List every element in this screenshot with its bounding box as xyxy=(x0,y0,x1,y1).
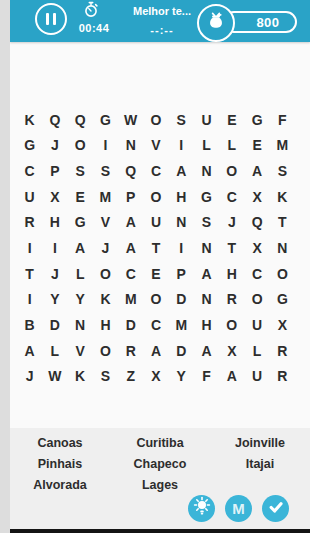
bottom-edge-line xyxy=(10,529,310,533)
pause-button[interactable] xyxy=(35,3,67,35)
grid-cell[interactable]: N xyxy=(194,158,219,184)
grid-cell[interactable]: C xyxy=(143,312,168,338)
grid-cell[interactable]: D xyxy=(42,312,67,338)
grid-cell[interactable]: O xyxy=(270,261,295,287)
grid-cell[interactable]: O xyxy=(143,286,168,312)
grid-cell[interactable]: S xyxy=(68,158,93,184)
word-item: Canoas xyxy=(10,433,110,454)
grid-cell[interactable]: O xyxy=(219,158,244,184)
grid-cell[interactable]: H xyxy=(93,312,118,338)
grid-cell[interactable]: U xyxy=(143,210,168,236)
grid-cell[interactable]: X xyxy=(143,363,168,389)
word-list: CanoasCuritibaJoinvillePinhaisChapecoIta… xyxy=(10,428,310,496)
grid-cell[interactable]: M xyxy=(118,286,143,312)
word-item: Lages xyxy=(110,475,210,496)
grid-cell[interactable]: S xyxy=(270,158,295,184)
grid-cell[interactable]: G xyxy=(244,107,269,133)
grid-cell[interactable]: O xyxy=(93,338,118,364)
grid-cell[interactable]: T xyxy=(17,261,42,287)
grid-cell[interactable]: C xyxy=(219,184,244,210)
grid-cell[interactable]: U xyxy=(17,184,42,210)
lightbulb-icon xyxy=(191,496,213,521)
grid-cell[interactable]: U xyxy=(194,107,219,133)
grid-cell[interactable]: R xyxy=(118,338,143,364)
grid-cell[interactable]: A xyxy=(17,338,42,364)
grid-cell[interactable]: W xyxy=(42,363,67,389)
grid-cell[interactable]: I xyxy=(17,235,42,261)
grid-cell[interactable]: J xyxy=(219,210,244,236)
grid-cell[interactable]: A xyxy=(169,158,194,184)
grid-cell[interactable]: H xyxy=(194,312,219,338)
grid-cell[interactable]: O xyxy=(68,133,93,159)
grid-cell[interactable]: R xyxy=(270,338,295,364)
pause-icon xyxy=(46,13,56,25)
grid-cell[interactable]: L xyxy=(194,133,219,159)
grid-cell[interactable]: G xyxy=(194,184,219,210)
grid-cell[interactable]: N xyxy=(270,235,295,261)
coin-count: 800 xyxy=(256,15,279,30)
grid-cell[interactable]: I xyxy=(169,133,194,159)
grid-cell[interactable]: C xyxy=(118,261,143,287)
letter-m-icon: M xyxy=(232,501,245,516)
grid-cell[interactable]: J xyxy=(17,363,42,389)
grid-cell[interactable]: O xyxy=(143,184,168,210)
grid-cell[interactable]: F xyxy=(270,107,295,133)
grid-cell[interactable]: Y xyxy=(42,286,67,312)
top-bar: 00:44 Melhor te... --:-- 800 xyxy=(10,0,310,42)
grid-cell[interactable]: N xyxy=(68,312,93,338)
grid-cell[interactable]: Q xyxy=(42,107,67,133)
grid-cell[interactable]: C xyxy=(143,158,168,184)
grid-cell[interactable]: A xyxy=(244,158,269,184)
grid-cell[interactable]: K xyxy=(270,184,295,210)
check-icon xyxy=(267,498,285,519)
word-list-panel: CanoasCuritibaJoinvillePinhaisChapecoIta… xyxy=(10,428,310,533)
word-item: Joinville xyxy=(210,433,310,454)
grid-cell[interactable]: H xyxy=(169,184,194,210)
money-bag-icon xyxy=(205,10,227,36)
grid-cell[interactable]: M xyxy=(93,184,118,210)
grid-cell[interactable]: P xyxy=(118,184,143,210)
grid-cell[interactable]: H xyxy=(219,261,244,287)
grid-cell[interactable]: N xyxy=(194,286,219,312)
grid-cell[interactable]: X xyxy=(244,184,269,210)
grid-cell[interactable]: L xyxy=(42,338,67,364)
grid-cell[interactable]: A xyxy=(194,261,219,287)
coin-circle xyxy=(197,4,235,42)
grid-cell[interactable]: K xyxy=(68,363,93,389)
grid-cell[interactable]: O xyxy=(219,312,244,338)
grid-cell[interactable]: O xyxy=(244,286,269,312)
grid-cell[interactable]: G xyxy=(68,210,93,236)
grid-cell[interactable]: T xyxy=(143,235,168,261)
grid-cell[interactable]: P xyxy=(42,158,67,184)
grid-cell[interactable]: Z xyxy=(118,363,143,389)
hint-button[interactable] xyxy=(188,495,215,522)
grid-cell[interactable]: V xyxy=(68,338,93,364)
app-screen: 00:44 Melhor te... --:-- 800 KQQ xyxy=(10,0,310,533)
grid-cell[interactable]: E xyxy=(219,107,244,133)
grid-cell[interactable]: D xyxy=(118,312,143,338)
grid-cell[interactable]: A xyxy=(68,235,93,261)
word-item: Alvorada xyxy=(10,475,110,496)
grid-cell[interactable]: F xyxy=(194,363,219,389)
grid-cell[interactable]: Q xyxy=(118,158,143,184)
grid-cell[interactable]: U xyxy=(244,312,269,338)
grid-cell[interactable]: H xyxy=(42,210,67,236)
grid-cell[interactable]: A xyxy=(143,338,168,364)
coin-display[interactable]: 800 xyxy=(197,4,297,42)
grid-cell[interactable]: C xyxy=(244,261,269,287)
grid-cell[interactable]: I xyxy=(42,235,67,261)
grid-cell[interactable]: Y xyxy=(68,286,93,312)
grid-cell[interactable]: M xyxy=(270,133,295,159)
grid-cell[interactable]: G xyxy=(270,286,295,312)
grid-cell[interactable]: L xyxy=(219,133,244,159)
grid-cell[interactable]: S xyxy=(93,158,118,184)
grid-cell[interactable]: D xyxy=(169,338,194,364)
grid-cell[interactable]: Y xyxy=(169,363,194,389)
grid-cell[interactable]: Q xyxy=(244,210,269,236)
grid-cell[interactable]: E xyxy=(244,133,269,159)
grid-cell[interactable]: X xyxy=(42,184,67,210)
grid-cell[interactable]: I xyxy=(17,286,42,312)
grid-cell[interactable]: E xyxy=(68,184,93,210)
grid-cell[interactable]: J xyxy=(93,235,118,261)
grid-cell[interactable]: P xyxy=(169,261,194,287)
grid-cell[interactable]: L xyxy=(68,261,93,287)
grid-cell[interactable]: J xyxy=(42,261,67,287)
grid-cell[interactable]: A xyxy=(194,338,219,364)
grid-cell[interactable]: R xyxy=(270,363,295,389)
word-item: Pinhais xyxy=(10,454,110,475)
grid-cell[interactable]: C xyxy=(17,158,42,184)
timer-display: 00:44 xyxy=(72,1,116,34)
grid-cell[interactable]: S xyxy=(93,363,118,389)
grid-cell[interactable]: Q xyxy=(68,107,93,133)
grid-cell[interactable]: X xyxy=(219,338,244,364)
grid-cell[interactable]: T xyxy=(219,235,244,261)
best-time-value: --:-- xyxy=(150,24,173,36)
grid-cell[interactable]: I xyxy=(169,235,194,261)
grid-cell[interactable]: R xyxy=(219,286,244,312)
grid-cell[interactable]: O xyxy=(93,261,118,287)
best-time-display: Melhor te... --:-- xyxy=(126,5,198,36)
grid-cell[interactable]: N xyxy=(118,133,143,159)
grid-cell[interactable]: D xyxy=(169,286,194,312)
grid-cell[interactable]: G xyxy=(93,107,118,133)
grid-cell[interactable]: O xyxy=(143,107,168,133)
grid-cell[interactable]: T xyxy=(270,210,295,236)
grid-cell[interactable]: J xyxy=(42,133,67,159)
grid-cell[interactable]: W xyxy=(118,107,143,133)
grid-cell[interactable]: A xyxy=(118,210,143,236)
grid-cell[interactable]: A xyxy=(219,363,244,389)
grid-cell[interactable]: I xyxy=(93,133,118,159)
grid-cell[interactable]: K xyxy=(93,286,118,312)
grid-cell[interactable]: M xyxy=(169,312,194,338)
grid-cell[interactable]: E xyxy=(143,261,168,287)
grid-cell[interactable]: V xyxy=(93,210,118,236)
grid-cell[interactable]: L xyxy=(244,338,269,364)
grid-cell[interactable]: K xyxy=(17,107,42,133)
magic-m-button[interactable]: M xyxy=(225,495,252,522)
grid-cell[interactable]: G xyxy=(17,133,42,159)
stopwatch-icon xyxy=(83,1,100,18)
grid-cell[interactable]: X xyxy=(270,312,295,338)
check-button[interactable] xyxy=(262,495,289,522)
best-time-label: Melhor te... xyxy=(133,5,191,17)
word-item: Curitiba xyxy=(110,433,210,454)
letter-grid: KQQGWOSUEGFGJOINVILLEMCPSSQCANOASUXEMPOH… xyxy=(17,107,295,389)
word-item: Itajai xyxy=(210,454,310,475)
grid-cell[interactable]: V xyxy=(143,133,168,159)
grid-cell[interactable]: N xyxy=(169,210,194,236)
grid-cell[interactable]: X xyxy=(244,235,269,261)
grid-cell[interactable]: A xyxy=(118,235,143,261)
timer-value: 00:44 xyxy=(79,22,110,34)
grid-cell[interactable]: U xyxy=(244,363,269,389)
grid-cell[interactable]: R xyxy=(17,210,42,236)
action-buttons: M xyxy=(188,495,289,522)
grid-cell[interactable]: S xyxy=(169,107,194,133)
grid-cell[interactable]: B xyxy=(17,312,42,338)
grid-cell[interactable]: N xyxy=(194,235,219,261)
grid-cell[interactable]: S xyxy=(194,210,219,236)
word-item: Chapeco xyxy=(110,454,210,475)
